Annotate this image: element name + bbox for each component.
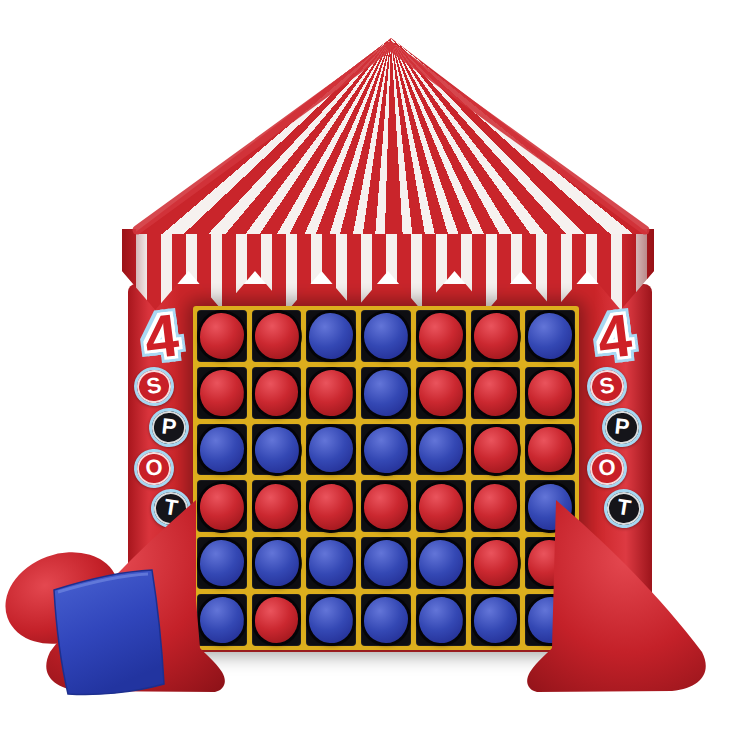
sign-number-4: 4 <box>595 306 635 367</box>
red-disc <box>200 313 244 359</box>
board-cell-r1c5 <box>416 310 466 362</box>
board-cell-r3c7 <box>525 424 575 476</box>
blue-disc <box>419 427 463 473</box>
red-disc <box>416 481 466 532</box>
spot-sign-right: 4SPOT <box>584 308 646 528</box>
board-cell-r3c1 <box>197 424 247 476</box>
board-cell-r1c4 <box>361 310 411 362</box>
board-cell-r5c2 <box>252 537 302 589</box>
red-disc <box>306 481 356 532</box>
blue-disc <box>309 540 353 586</box>
board-cell-r4c6 <box>471 480 521 532</box>
board-cell-r5c6 <box>471 537 521 589</box>
red-disc <box>528 427 572 473</box>
blue-disc <box>364 597 408 643</box>
blue-disc <box>525 594 575 645</box>
board-cell-r2c1 <box>197 367 247 419</box>
board-cell-r2c4 <box>361 367 411 419</box>
red-disc <box>419 313 463 359</box>
board-cell-r3c3 <box>306 424 356 476</box>
sign-letter-p: P <box>147 406 191 449</box>
spot-sign-left: 4SPOT <box>131 308 193 528</box>
red-disc <box>525 367 575 418</box>
base-tube-left <box>0 537 132 659</box>
sign-letter-p: P <box>600 406 644 449</box>
board-cell-r3c2 <box>252 424 302 476</box>
red-disc <box>255 597 299 643</box>
board-cell-r6c3 <box>306 594 356 646</box>
board-cell-r6c1 <box>197 594 247 646</box>
board-cell-r2c2 <box>252 367 302 419</box>
red-disc <box>197 367 247 418</box>
red-disc <box>364 484 408 530</box>
sign-letter-o: O <box>133 447 176 488</box>
board-cell-r2c3 <box>306 367 356 419</box>
board-cell-r2c6 <box>471 367 521 419</box>
red-disc <box>528 540 572 586</box>
sign-letter-s: S <box>584 364 630 409</box>
board-cell-r6c6 <box>471 594 521 646</box>
sign-letter-o: O <box>586 447 629 488</box>
board-cell-r3c4 <box>361 424 411 476</box>
board-cell-r2c5 <box>416 367 466 419</box>
blue-disc <box>525 481 575 532</box>
red-disc <box>471 310 521 361</box>
sign-number-4: 4 <box>142 306 182 367</box>
board-cell-r4c3 <box>306 480 356 532</box>
tent-canopy-cone <box>133 38 649 234</box>
board-cell-r5c7 <box>525 537 575 589</box>
red-disc <box>474 370 518 416</box>
board-cell-r2c7 <box>525 367 575 419</box>
blue-disc <box>364 370 408 416</box>
red-disc <box>306 367 356 418</box>
blue-disc <box>361 424 411 475</box>
board-cell-r6c4 <box>361 594 411 646</box>
red-disc <box>255 484 299 530</box>
board-cell-r5c4 <box>361 537 411 589</box>
board-cell-r5c3 <box>306 537 356 589</box>
board-cell-r1c1 <box>197 310 247 362</box>
blue-disc <box>528 313 572 359</box>
board-cell-r6c7 <box>525 594 575 646</box>
board-cell-r5c1 <box>197 537 247 589</box>
blue-disc <box>200 427 244 473</box>
blue-disc <box>252 424 302 475</box>
board-cell-r3c5 <box>416 424 466 476</box>
blue-disc <box>309 427 353 473</box>
blue-disc <box>197 594 247 645</box>
board-cell-r4c2 <box>252 480 302 532</box>
board-cell-r1c7 <box>525 310 575 362</box>
sign-letter-s: S <box>131 364 177 409</box>
sign-letter-t: T <box>148 486 194 531</box>
board-cell-r4c5 <box>416 480 466 532</box>
blue-disc <box>200 540 244 586</box>
board-cell-r1c3 <box>306 310 356 362</box>
red-disc <box>252 310 302 361</box>
red-disc <box>416 367 466 418</box>
board-cell-r4c7 <box>525 480 575 532</box>
blue-disc <box>416 594 466 645</box>
board-cell-r6c5 <box>416 594 466 646</box>
connect-four-board <box>193 306 579 650</box>
board-cell-r5c5 <box>416 537 466 589</box>
blue-disc <box>252 538 302 589</box>
blue-disc <box>361 310 411 361</box>
blue-disc <box>474 597 518 643</box>
red-disc <box>197 481 247 532</box>
board-cell-r3c6 <box>471 424 521 476</box>
red-disc <box>474 484 518 530</box>
board-cell-r4c4 <box>361 480 411 532</box>
board-cell-r1c6 <box>471 310 521 362</box>
blue-disc <box>306 594 356 645</box>
blue-disc <box>361 538 411 589</box>
board-cell-r1c2 <box>252 310 302 362</box>
inflatable-4spot-game: 4SPOT 4SPOT <box>0 0 750 750</box>
red-disc <box>471 538 521 589</box>
red-disc <box>255 370 299 416</box>
red-disc <box>471 424 521 475</box>
board-cell-r6c2 <box>252 594 302 646</box>
board-cell-r4c1 <box>197 480 247 532</box>
sign-letter-t: T <box>601 486 647 531</box>
blue-disc <box>419 540 463 586</box>
blue-disc <box>309 313 353 359</box>
